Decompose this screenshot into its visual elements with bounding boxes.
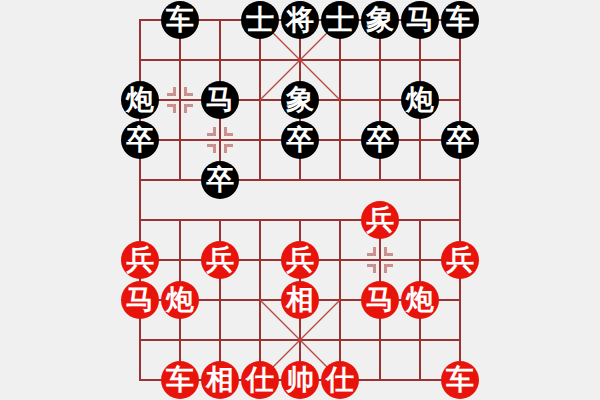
- piece-red-advisor[interactable]: 仕: [321, 361, 359, 399]
- piece-red-soldier[interactable]: 兵: [441, 241, 479, 279]
- piece-red-chariot[interactable]: 车: [441, 361, 479, 399]
- piece-black-general[interactable]: 将: [281, 1, 319, 39]
- piece-black-cannon[interactable]: 炮: [121, 81, 159, 119]
- piece-black-soldier[interactable]: 卒: [361, 121, 399, 159]
- point-marker-corner: [167, 104, 176, 113]
- piece-red-general[interactable]: 帅: [281, 361, 319, 399]
- piece-red-cannon[interactable]: 炮: [401, 281, 439, 319]
- piece-black-soldier[interactable]: 卒: [441, 121, 479, 159]
- piece-black-horse[interactable]: 马: [401, 1, 439, 39]
- piece-red-horse[interactable]: 马: [361, 281, 399, 319]
- xiangqi-board: 车士将士象马车炮马象炮卒卒卒卒卒兵兵兵兵兵马炮相马炮车相仕帅仕车: [0, 0, 600, 400]
- piece-red-soldier[interactable]: 兵: [201, 241, 239, 279]
- point-marker-corner: [184, 104, 193, 113]
- piece-red-chariot[interactable]: 车: [161, 361, 199, 399]
- piece-black-soldier[interactable]: 卒: [201, 161, 239, 199]
- point-marker: [200, 120, 240, 160]
- piece-black-chariot[interactable]: 车: [441, 1, 479, 39]
- piece-red-soldier[interactable]: 兵: [121, 241, 159, 279]
- piece-red-horse[interactable]: 马: [121, 281, 159, 319]
- point-marker-corner: [367, 247, 376, 256]
- point-marker-corner: [184, 87, 193, 96]
- piece-black-cannon[interactable]: 炮: [401, 81, 439, 119]
- point-marker-corner: [207, 127, 216, 136]
- point-marker: [160, 80, 200, 120]
- piece-red-elephant[interactable]: 相: [201, 361, 239, 399]
- point-marker-corner: [367, 264, 376, 273]
- piece-red-elephant[interactable]: 相: [281, 281, 319, 319]
- piece-red-soldier[interactable]: 兵: [361, 201, 399, 239]
- piece-black-soldier[interactable]: 卒: [281, 121, 319, 159]
- point-marker: [360, 240, 400, 280]
- board-points-layer: 车士将士象马车炮马象炮卒卒卒卒卒兵兵兵兵兵马炮相马炮车相仕帅仕车: [120, 0, 480, 400]
- piece-red-advisor[interactable]: 仕: [241, 361, 279, 399]
- point-marker-corner: [224, 144, 233, 153]
- piece-black-advisor[interactable]: 士: [321, 1, 359, 39]
- piece-black-chariot[interactable]: 车: [161, 1, 199, 39]
- point-marker-corner: [384, 264, 393, 273]
- piece-red-soldier[interactable]: 兵: [281, 241, 319, 279]
- point-marker-corner: [384, 247, 393, 256]
- point-marker-corner: [207, 144, 216, 153]
- piece-black-advisor[interactable]: 士: [241, 1, 279, 39]
- point-marker-corner: [224, 127, 233, 136]
- piece-black-elephant[interactable]: 象: [361, 1, 399, 39]
- piece-black-soldier[interactable]: 卒: [121, 121, 159, 159]
- piece-red-cannon[interactable]: 炮: [161, 281, 199, 319]
- piece-black-elephant[interactable]: 象: [281, 81, 319, 119]
- point-marker-corner: [167, 87, 176, 96]
- piece-black-horse[interactable]: 马: [201, 81, 239, 119]
